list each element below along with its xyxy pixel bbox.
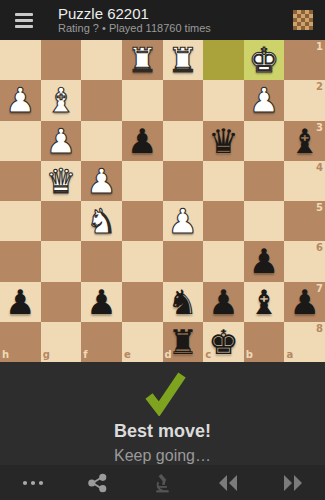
square-c2[interactable] — [203, 80, 244, 120]
square-d6[interactable] — [163, 241, 204, 281]
header: Puzzle 62201 Rating ? • Played 118760 ti… — [0, 0, 325, 40]
share-button[interactable] — [77, 468, 118, 498]
bottom-toolbar — [0, 465, 325, 500]
square-d2[interactable] — [163, 80, 204, 120]
white-pawn[interactable]: ♟ — [168, 204, 198, 238]
square-a4[interactable]: 4 — [284, 161, 325, 201]
square-f7[interactable]: ♟ — [81, 282, 122, 322]
square-e5[interactable] — [122, 201, 163, 241]
file-label-e: e — [124, 350, 131, 360]
puzzle-stats: Rating ? • Played 118760 times — [58, 22, 281, 35]
square-f5[interactable]: ♞ — [81, 201, 122, 241]
feedback-panel: Best move! Keep going… — [0, 362, 325, 465]
square-h8[interactable]: h — [0, 322, 41, 362]
rank-label-4: 4 — [316, 163, 323, 173]
black-bishop[interactable]: ♝ — [249, 285, 279, 319]
white-rook[interactable]: ♜ — [168, 43, 198, 77]
board-settings-button[interactable] — [281, 0, 325, 40]
square-e8[interactable]: e — [122, 322, 163, 362]
square-b5[interactable] — [244, 201, 285, 241]
square-g1[interactable] — [41, 40, 82, 80]
chess-board[interactable]: ♜♜♚1♟♝♟2♟♟♛♝3♛♟4♞♟5♟6♟♟♞♟♝♟7hgfe♜d♚cb8a — [0, 40, 325, 362]
square-b7[interactable]: ♝ — [244, 282, 285, 322]
white-bishop[interactable]: ♝ — [46, 83, 76, 117]
black-pawn[interactable]: ♟ — [5, 285, 35, 319]
black-pawn[interactable]: ♟ — [86, 285, 116, 319]
feedback-title: Best move! — [114, 421, 211, 442]
white-rook[interactable]: ♜ — [127, 43, 157, 77]
square-g2[interactable]: ♝ — [41, 80, 82, 120]
square-d7[interactable]: ♞ — [163, 282, 204, 322]
square-e7[interactable] — [122, 282, 163, 322]
black-queen[interactable]: ♛ — [208, 124, 238, 158]
square-a7[interactable]: ♟7 — [284, 282, 325, 322]
square-c7[interactable]: ♟ — [203, 282, 244, 322]
rewind-button[interactable] — [208, 470, 248, 496]
white-knight[interactable]: ♞ — [86, 204, 116, 238]
square-b2[interactable]: ♟ — [244, 80, 285, 120]
rank-label-2: 2 — [316, 82, 323, 92]
square-h5[interactable] — [0, 201, 41, 241]
square-h1[interactable] — [0, 40, 41, 80]
fast-forward-icon — [283, 474, 303, 492]
share-icon — [87, 472, 108, 494]
white-king[interactable]: ♚ — [249, 43, 279, 77]
square-f3[interactable] — [81, 121, 122, 161]
square-a1[interactable]: 1 — [284, 40, 325, 80]
file-label-b: b — [246, 350, 253, 360]
square-c4[interactable] — [203, 161, 244, 201]
square-b4[interactable] — [244, 161, 285, 201]
square-d8[interactable]: ♜d — [163, 322, 204, 362]
square-b6[interactable]: ♟ — [244, 241, 285, 281]
overflow-menu-button[interactable] — [12, 475, 54, 491]
square-c6[interactable] — [203, 241, 244, 281]
square-c5[interactable] — [203, 201, 244, 241]
puzzle-screen: Puzzle 62201 Rating ? • Played 118760 ti… — [0, 0, 325, 500]
black-king[interactable]: ♚ — [208, 325, 238, 359]
file-label-f: f — [83, 350, 87, 360]
square-b1[interactable]: ♚ — [244, 40, 285, 80]
rank-label-1: 1 — [316, 42, 323, 52]
rank-label-6: 6 — [316, 243, 323, 253]
square-e3[interactable]: ♟ — [122, 121, 163, 161]
file-label-h: h — [2, 350, 9, 360]
square-d5[interactable]: ♟ — [163, 201, 204, 241]
square-f2[interactable] — [81, 80, 122, 120]
rank-label-5: 5 — [316, 203, 323, 213]
rank-label-7: 7 — [316, 284, 323, 294]
square-g8[interactable]: g — [41, 322, 82, 362]
square-a8[interactable]: 8a — [284, 322, 325, 362]
page-title: Puzzle 62201 — [58, 5, 281, 22]
black-pawn[interactable]: ♟ — [127, 124, 157, 158]
fast-backward-icon — [218, 474, 238, 492]
mini-chessboard-icon — [293, 10, 313, 30]
square-g6[interactable] — [41, 241, 82, 281]
square-h4[interactable] — [0, 161, 41, 201]
square-g3[interactable]: ♟ — [41, 121, 82, 161]
square-c1[interactable] — [203, 40, 244, 80]
rank-label-3: 3 — [316, 123, 323, 133]
white-pawn[interactable]: ♟ — [249, 83, 279, 117]
square-b3[interactable] — [244, 121, 285, 161]
square-a2[interactable]: 2 — [284, 80, 325, 120]
file-label-g: g — [43, 350, 50, 360]
square-c8[interactable]: ♚c — [203, 322, 244, 362]
square-f8[interactable]: f — [81, 322, 122, 362]
file-label-c: c — [205, 350, 211, 360]
square-a3[interactable]: ♝3 — [284, 121, 325, 161]
square-a5[interactable]: 5 — [284, 201, 325, 241]
square-h7[interactable]: ♟ — [0, 282, 41, 322]
black-knight[interactable]: ♞ — [168, 285, 198, 319]
square-h6[interactable] — [0, 241, 41, 281]
square-b8[interactable]: b — [244, 322, 285, 362]
menu-button[interactable] — [0, 0, 48, 40]
black-pawn[interactable]: ♟ — [249, 244, 279, 278]
white-pawn[interactable]: ♟ — [46, 124, 76, 158]
square-c3[interactable]: ♛ — [203, 121, 244, 161]
square-g4[interactable]: ♛ — [41, 161, 82, 201]
square-h2[interactable]: ♟ — [0, 80, 41, 120]
square-d4[interactable] — [163, 161, 204, 201]
forward-button[interactable] — [273, 470, 313, 496]
square-h3[interactable] — [0, 121, 41, 161]
ellipsis-icon — [22, 479, 44, 487]
square-f4[interactable]: ♟ — [81, 161, 122, 201]
file-label-d: d — [165, 350, 172, 360]
square-g7[interactable] — [41, 282, 82, 322]
square-e2[interactable] — [122, 80, 163, 120]
file-label-a: a — [286, 350, 293, 360]
white-queen[interactable]: ♛ — [46, 164, 76, 198]
square-f1[interactable] — [81, 40, 122, 80]
black-rook[interactable]: ♜ — [168, 325, 198, 359]
square-e4[interactable] — [122, 161, 163, 201]
square-a6[interactable]: 6 — [284, 241, 325, 281]
white-pawn[interactable]: ♟ — [5, 83, 35, 117]
square-d3[interactable] — [163, 121, 204, 161]
square-g5[interactable] — [41, 201, 82, 241]
white-pawn[interactable]: ♟ — [86, 164, 116, 198]
black-pawn[interactable]: ♟ — [208, 285, 238, 319]
checkmark-icon — [137, 370, 189, 416]
square-e6[interactable] — [122, 241, 163, 281]
rank-label-8: 8 — [316, 324, 323, 334]
square-e1[interactable]: ♜ — [122, 40, 163, 80]
hamburger-icon — [15, 13, 33, 16]
square-f6[interactable] — [81, 241, 122, 281]
analysis-button[interactable] — [142, 468, 183, 498]
microscope-icon — [152, 472, 173, 494]
square-d1[interactable]: ♜ — [163, 40, 204, 80]
feedback-subtitle: Keep going… — [114, 447, 211, 465]
header-titles: Puzzle 62201 Rating ? • Played 118760 ti… — [48, 5, 281, 35]
